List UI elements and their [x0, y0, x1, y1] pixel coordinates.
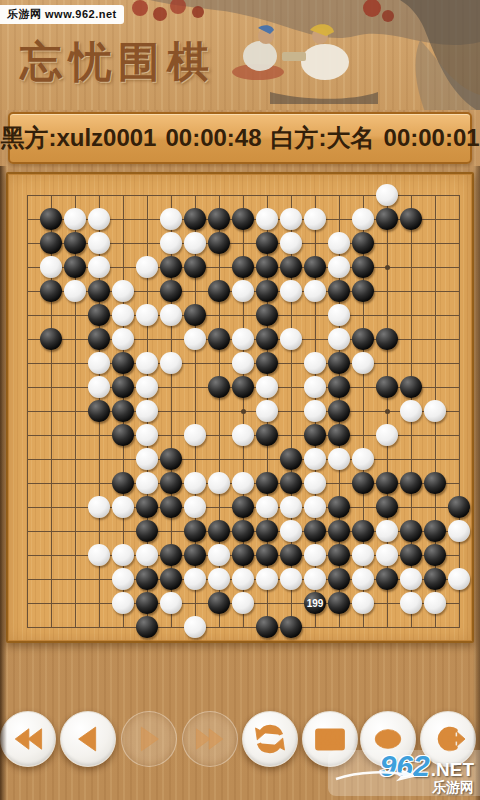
- stone-black[interactable]: [352, 256, 374, 278]
- stone-white[interactable]: [232, 352, 254, 374]
- stone-white[interactable]: [112, 304, 134, 326]
- rewind-to-start-button[interactable]: [0, 711, 56, 767]
- stone-white[interactable]: [208, 472, 230, 494]
- stone-black[interactable]: [208, 208, 230, 230]
- stone-black[interactable]: [88, 328, 110, 350]
- star-point: [385, 265, 390, 270]
- stone-black[interactable]: [64, 232, 86, 254]
- stone-white[interactable]: [160, 232, 182, 254]
- stone-black[interactable]: [136, 568, 158, 590]
- stone-white[interactable]: [328, 328, 350, 350]
- stone-black[interactable]: [256, 352, 278, 374]
- stone-white[interactable]: [280, 496, 302, 518]
- last-move-number-label: 199: [304, 592, 326, 614]
- stone-white[interactable]: [328, 304, 350, 326]
- stone-white[interactable]: [328, 256, 350, 278]
- stone-white[interactable]: [304, 448, 326, 470]
- stone-black[interactable]: [328, 280, 350, 302]
- stone-white[interactable]: [352, 352, 374, 374]
- go-board-panel: 199: [6, 172, 474, 643]
- stone-oval-button[interactable]: [360, 711, 416, 767]
- stone-black[interactable]: [256, 424, 278, 446]
- stone-white[interactable]: [376, 184, 398, 206]
- stone-black[interactable]: [112, 376, 134, 398]
- black-clock: 00:00:48: [165, 124, 261, 152]
- stone-white[interactable]: [256, 568, 278, 590]
- stone-black[interactable]: [160, 256, 182, 278]
- stone-white[interactable]: [112, 328, 134, 350]
- exit-button[interactable]: [420, 711, 476, 767]
- stone-white[interactable]: [112, 568, 134, 590]
- stone-black[interactable]: [376, 328, 398, 350]
- stone-white[interactable]: [232, 568, 254, 590]
- stone-black[interactable]: [328, 544, 350, 566]
- stone-black[interactable]: [256, 472, 278, 494]
- stone-white[interactable]: [136, 448, 158, 470]
- stone-white[interactable]: [88, 232, 110, 254]
- refresh-button[interactable]: [242, 711, 298, 767]
- stone-white[interactable]: [184, 232, 206, 254]
- stone-black[interactable]: [352, 232, 374, 254]
- stone-white[interactable]: [304, 496, 326, 518]
- star-point: [241, 409, 246, 414]
- stone-white[interactable]: [280, 280, 302, 302]
- rewind-icon: [11, 722, 45, 756]
- stone-white[interactable]: [352, 544, 374, 566]
- stone-black[interactable]: [160, 280, 182, 302]
- stone-white[interactable]: [184, 472, 206, 494]
- exit-icon: [431, 722, 465, 756]
- step-forward-button[interactable]: [121, 711, 177, 767]
- stone-black[interactable]: [304, 520, 326, 542]
- black-player-name: xulz0001: [56, 124, 156, 152]
- stone-white[interactable]: [232, 592, 254, 614]
- stone-white[interactable]: [424, 400, 446, 422]
- stone-white[interactable]: [424, 592, 446, 614]
- stone-white[interactable]: [232, 424, 254, 446]
- stone-black[interactable]: [40, 232, 62, 254]
- stone-black[interactable]: [328, 520, 350, 542]
- stone-black[interactable]: [160, 496, 182, 518]
- stone-black[interactable]: [256, 232, 278, 254]
- stone-white[interactable]: [232, 328, 254, 350]
- stone-white[interactable]: [112, 280, 134, 302]
- stone-white[interactable]: [136, 424, 158, 446]
- stone-black[interactable]: [208, 232, 230, 254]
- stone-black[interactable]: [424, 520, 446, 542]
- stone-black[interactable]: [328, 400, 350, 422]
- stone-white[interactable]: [256, 208, 278, 230]
- stone-black[interactable]: [136, 592, 158, 614]
- toolbar: [0, 711, 480, 767]
- stone-black[interactable]: [208, 328, 230, 350]
- stone-black[interactable]: [328, 352, 350, 374]
- watermark-site-name: 乐游网: [336, 779, 474, 797]
- stone-black[interactable]: [136, 520, 158, 542]
- stone-white[interactable]: [352, 592, 374, 614]
- stone-black[interactable]: [160, 448, 182, 470]
- stone-black[interactable]: [280, 256, 302, 278]
- stone-black[interactable]: [400, 376, 422, 398]
- stone-black[interactable]: [208, 376, 230, 398]
- stone-black[interactable]: [280, 616, 302, 638]
- stone-black[interactable]: [352, 520, 374, 542]
- stone-black[interactable]: [40, 280, 62, 302]
- stone-white[interactable]: [88, 256, 110, 278]
- stone-white[interactable]: [112, 544, 134, 566]
- stone-white[interactable]: [88, 352, 110, 374]
- oval-stone-icon: [371, 722, 405, 756]
- fast-forward-icon: [193, 722, 227, 756]
- stone-black[interactable]: [160, 568, 182, 590]
- stone-white[interactable]: [64, 208, 86, 230]
- stone-black[interactable]: [184, 520, 206, 542]
- stone-white[interactable]: [400, 592, 422, 614]
- stone-black[interactable]: [184, 208, 206, 230]
- stone-black[interactable]: [112, 472, 134, 494]
- board-grid[interactable]: 199: [27, 195, 460, 628]
- stone-black[interactable]: [112, 424, 134, 446]
- stone-black[interactable]: [304, 256, 326, 278]
- forward-icon: [132, 722, 166, 756]
- stone-white[interactable]: [88, 496, 110, 518]
- stone-black[interactable]: [112, 352, 134, 374]
- stone-white[interactable]: [184, 568, 206, 590]
- stone-white[interactable]: [376, 544, 398, 566]
- stone-black[interactable]: [184, 256, 206, 278]
- stone-white[interactable]: [304, 568, 326, 590]
- stone-black[interactable]: [40, 208, 62, 230]
- stone-black[interactable]: [400, 472, 422, 494]
- black-player-label: 黑方:: [0, 122, 56, 154]
- stone-black[interactable]: [208, 280, 230, 302]
- stone-black[interactable]: [328, 496, 350, 518]
- stone-black[interactable]: [352, 472, 374, 494]
- stone-white[interactable]: [280, 568, 302, 590]
- stone-white[interactable]: [136, 544, 158, 566]
- stone-black[interactable]: [232, 376, 254, 398]
- refresh-icon: [253, 722, 287, 756]
- stone-black[interactable]: [304, 424, 326, 446]
- stone-white[interactable]: [232, 280, 254, 302]
- stone-white[interactable]: [112, 496, 134, 518]
- stone-black[interactable]: [256, 544, 278, 566]
- stone-black[interactable]: [400, 520, 422, 542]
- stone-white[interactable]: [136, 376, 158, 398]
- stone-black[interactable]: [424, 544, 446, 566]
- back-icon: [71, 722, 105, 756]
- stone-black[interactable]: [160, 472, 182, 494]
- white-player-name: 大名: [327, 122, 375, 154]
- stone-white[interactable]: [304, 376, 326, 398]
- stone-white[interactable]: [136, 472, 158, 494]
- stone-white[interactable]: [136, 400, 158, 422]
- stone-black[interactable]: [232, 520, 254, 542]
- stone-black[interactable]: [112, 400, 134, 422]
- stone-white[interactable]: [184, 616, 206, 638]
- stone-black[interactable]: [328, 424, 350, 446]
- stone-white[interactable]: [64, 280, 86, 302]
- stone-white[interactable]: [328, 232, 350, 254]
- stone-black[interactable]: [376, 496, 398, 518]
- stone-black[interactable]: [328, 592, 350, 614]
- stone-black[interactable]: [88, 280, 110, 302]
- stone-black[interactable]: [64, 256, 86, 278]
- stone-black[interactable]: [208, 592, 230, 614]
- stone-white[interactable]: [352, 208, 374, 230]
- abacus-icon: [313, 722, 347, 756]
- white-clock: 00:00:01: [384, 124, 480, 152]
- stone-white[interactable]: [136, 352, 158, 374]
- stone-black[interactable]: [184, 304, 206, 326]
- count-abacus-button[interactable]: [302, 711, 358, 767]
- fast-forward-button[interactable]: [182, 711, 238, 767]
- stone-black[interactable]: [328, 376, 350, 398]
- stone-black[interactable]: [160, 544, 182, 566]
- star-point: [385, 409, 390, 414]
- stone-white[interactable]: [88, 208, 110, 230]
- stone-black[interactable]: [424, 568, 446, 590]
- stone-white[interactable]: [256, 496, 278, 518]
- watermark-swoosh-icon: [334, 769, 414, 783]
- stone-white[interactable]: [184, 496, 206, 518]
- stone-black[interactable]: 199: [304, 592, 326, 614]
- stone-black[interactable]: [232, 496, 254, 518]
- stone-black[interactable]: [280, 448, 302, 470]
- watermark-top: 乐游网 www.962.net: [0, 5, 124, 24]
- stone-black[interactable]: [424, 472, 446, 494]
- stone-black[interactable]: [352, 280, 374, 302]
- stone-white[interactable]: [376, 424, 398, 446]
- stone-white[interactable]: [280, 328, 302, 350]
- stone-white[interactable]: [400, 568, 422, 590]
- stone-white[interactable]: [280, 520, 302, 542]
- stone-black[interactable]: [280, 472, 302, 494]
- stone-black[interactable]: [256, 616, 278, 638]
- stone-white[interactable]: [448, 568, 470, 590]
- stone-white[interactable]: [136, 304, 158, 326]
- status-bar: 黑方:xulz0001 00:00:48 白方:大名 00:00:01: [8, 112, 472, 164]
- stone-white[interactable]: [160, 592, 182, 614]
- stone-black[interactable]: [376, 472, 398, 494]
- stone-white[interactable]: [304, 352, 326, 374]
- stone-black[interactable]: [352, 328, 374, 350]
- stone-black[interactable]: [280, 544, 302, 566]
- stone-black[interactable]: [256, 304, 278, 326]
- stone-black[interactable]: [88, 304, 110, 326]
- stone-white[interactable]: [184, 424, 206, 446]
- stone-black[interactable]: [256, 256, 278, 278]
- stone-white[interactable]: [208, 544, 230, 566]
- stone-white[interactable]: [136, 256, 158, 278]
- stone-black[interactable]: [256, 280, 278, 302]
- stone-black[interactable]: [376, 208, 398, 230]
- stone-white[interactable]: [280, 208, 302, 230]
- stone-black[interactable]: [376, 568, 398, 590]
- right-edge-shadow: [473, 166, 480, 800]
- stone-black[interactable]: [376, 376, 398, 398]
- app-title: 忘忧围棋: [20, 34, 216, 90]
- stone-black[interactable]: [40, 328, 62, 350]
- stone-white[interactable]: [256, 376, 278, 398]
- stone-black[interactable]: [208, 520, 230, 542]
- stone-white[interactable]: [280, 232, 302, 254]
- stone-white[interactable]: [160, 304, 182, 326]
- stone-black[interactable]: [232, 544, 254, 566]
- stone-white[interactable]: [352, 448, 374, 470]
- stone-white[interactable]: [88, 544, 110, 566]
- stone-black[interactable]: [328, 568, 350, 590]
- stone-white[interactable]: [304, 208, 326, 230]
- step-back-button[interactable]: [60, 711, 116, 767]
- stone-white[interactable]: [208, 568, 230, 590]
- white-player-label: 白方:: [271, 122, 327, 154]
- stone-black[interactable]: [400, 208, 422, 230]
- stone-white[interactable]: [160, 352, 182, 374]
- stone-white[interactable]: [112, 592, 134, 614]
- stone-black[interactable]: [136, 616, 158, 638]
- stone-white[interactable]: [400, 400, 422, 422]
- stone-white[interactable]: [184, 328, 206, 350]
- stone-white[interactable]: [448, 520, 470, 542]
- stone-black[interactable]: [88, 400, 110, 422]
- stone-white[interactable]: [40, 256, 62, 278]
- stone-black[interactable]: [256, 328, 278, 350]
- stone-white[interactable]: [304, 280, 326, 302]
- stone-black[interactable]: [448, 496, 470, 518]
- stone-black[interactable]: [232, 208, 254, 230]
- header-banner: 忘忧围棋 乐游网 www.962.net: [0, 0, 480, 110]
- stone-white[interactable]: [376, 520, 398, 542]
- stone-black[interactable]: [184, 544, 206, 566]
- stone-black[interactable]: [136, 496, 158, 518]
- stone-black[interactable]: [256, 520, 278, 542]
- stone-white[interactable]: [232, 472, 254, 494]
- stone-white[interactable]: [160, 208, 182, 230]
- stone-white[interactable]: [304, 400, 326, 422]
- stone-white[interactable]: [88, 376, 110, 398]
- app-screen: 忘忧围棋 乐游网 www.962.net 黑方:xulz0001 00:00:4…: [0, 0, 480, 800]
- stone-white[interactable]: [352, 568, 374, 590]
- stone-black[interactable]: [232, 256, 254, 278]
- stone-black[interactable]: [400, 544, 422, 566]
- stone-white[interactable]: [304, 544, 326, 566]
- stone-white[interactable]: [256, 400, 278, 422]
- stone-white[interactable]: [328, 448, 350, 470]
- stone-white[interactable]: [304, 472, 326, 494]
